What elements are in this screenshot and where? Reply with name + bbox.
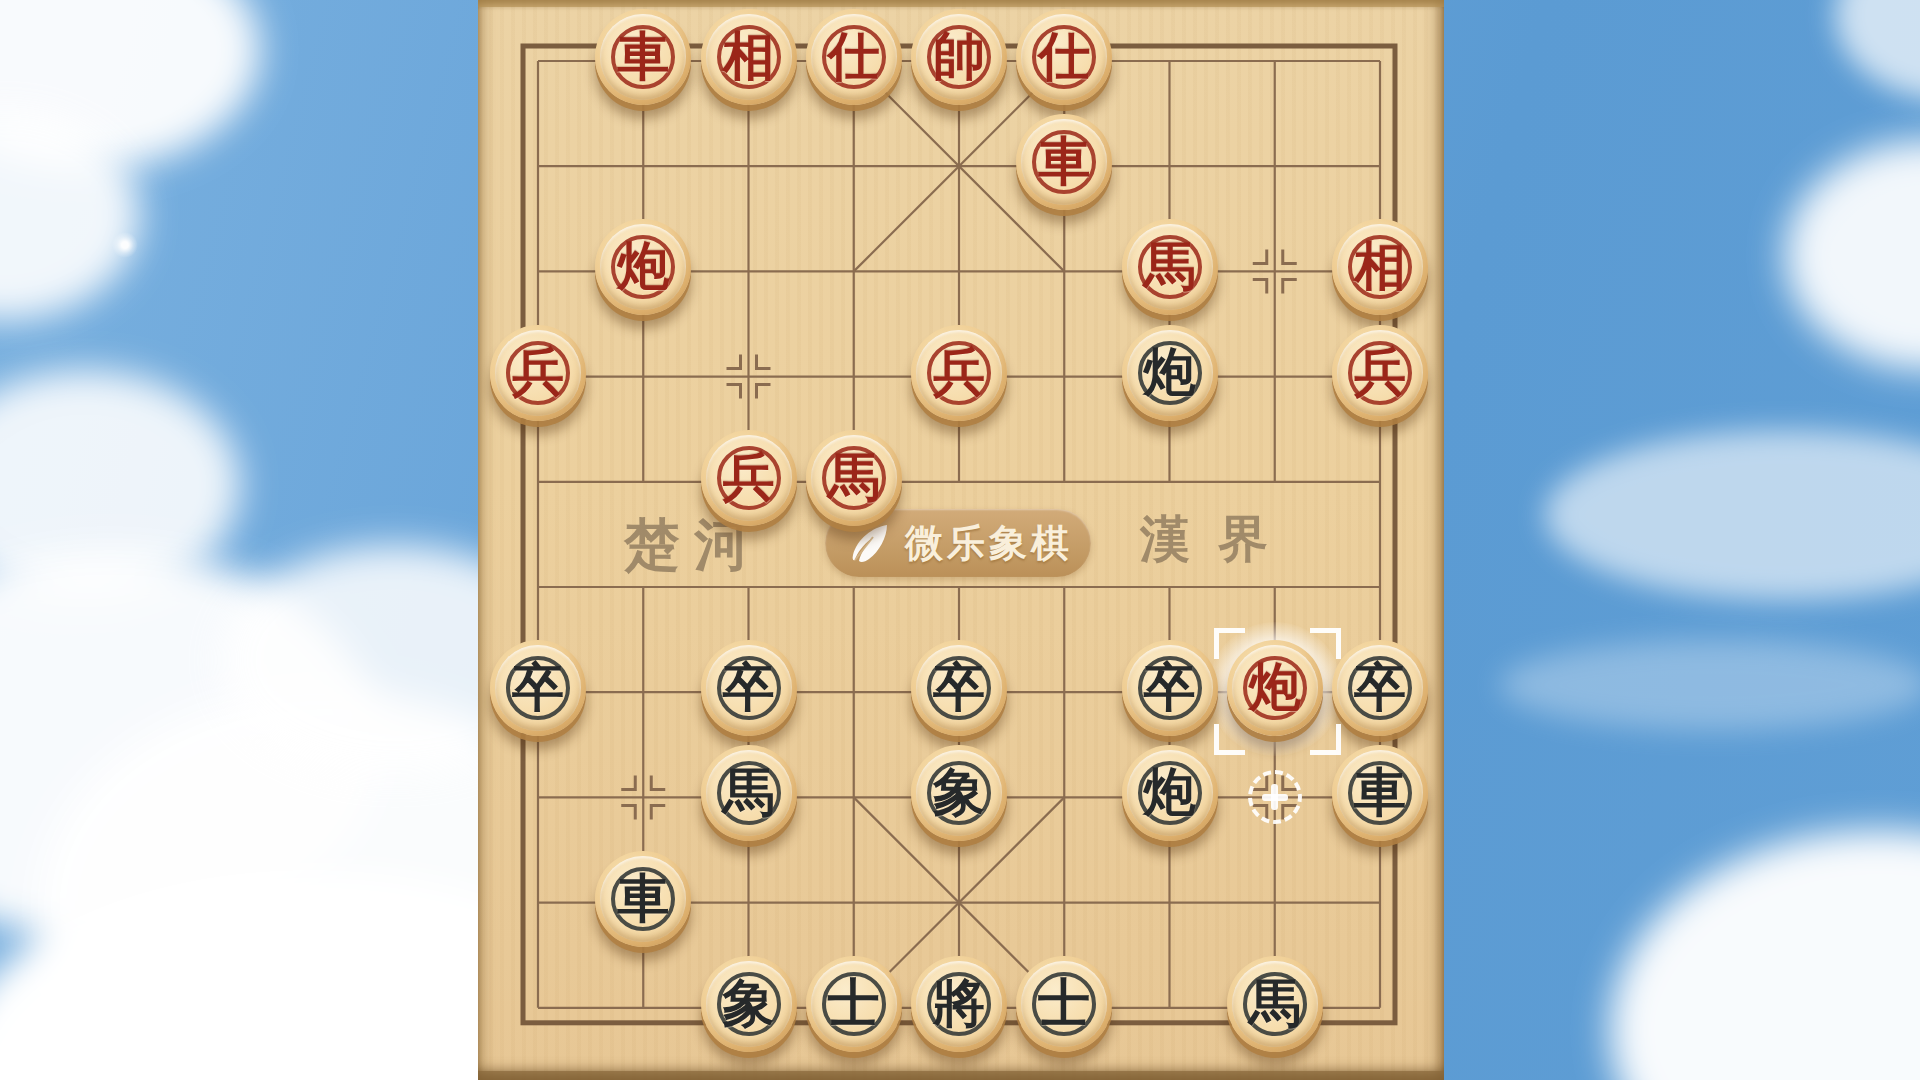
piece-black-pawn[interactable]: 卒 (1332, 640, 1428, 736)
cloud (1545, 430, 1920, 600)
cloud (1610, 830, 1920, 1080)
piece-black-pawn[interactable]: 卒 (701, 640, 797, 736)
piece-face: 兵 (916, 330, 1002, 416)
piece-red-horse[interactable]: 馬 (1122, 219, 1218, 315)
piece-glyph: 仕 (811, 14, 897, 100)
piece-black-cannon[interactable]: 炮 (1122, 325, 1218, 421)
selection-bracket (1310, 628, 1341, 659)
piece-red-horse[interactable]: 馬 (806, 430, 902, 526)
piece-red-advisor[interactable]: 仕 (806, 9, 902, 105)
piece-glyph: 將 (916, 961, 1002, 1047)
piece-red-pawn[interactable]: 兵 (1332, 325, 1428, 421)
piece-glyph: 馬 (1127, 224, 1213, 310)
piece-red-elephant[interactable]: 相 (701, 9, 797, 105)
piece-black-chariot[interactable]: 車 (1332, 745, 1428, 841)
piece-glyph: 象 (706, 961, 792, 1047)
piece-glyph: 車 (600, 14, 686, 100)
piece-face: 士 (1021, 961, 1107, 1047)
piece-face: 馬 (1232, 961, 1318, 1047)
piece-face: 馬 (706, 750, 792, 836)
selection-bracket (1214, 724, 1245, 755)
piece-glyph: 卒 (495, 645, 581, 731)
piece-glyph: 帥 (916, 14, 1002, 100)
move-target-cross (1271, 784, 1278, 810)
piece-face: 士 (811, 961, 897, 1047)
piece-face: 帥 (916, 14, 1002, 100)
piece-face: 炮 (1127, 330, 1213, 416)
piece-face: 炮 (1127, 750, 1213, 836)
piece-glyph: 炮 (1127, 750, 1213, 836)
piece-face: 車 (1021, 119, 1107, 205)
piece-red-cannon[interactable]: 炮 (595, 219, 691, 315)
piece-glyph: 兵 (916, 330, 1002, 416)
piece-glyph: 炮 (600, 224, 686, 310)
piece-black-elephant[interactable]: 象 (701, 956, 797, 1052)
piece-glyph: 兵 (495, 330, 581, 416)
piece-face: 仕 (811, 14, 897, 100)
piece-black-pawn[interactable]: 卒 (911, 640, 1007, 736)
piece-face: 馬 (1127, 224, 1213, 310)
piece-glyph: 仕 (1021, 14, 1107, 100)
piece-glyph: 兵 (706, 435, 792, 521)
app-logo-text: 微乐象棋 (905, 518, 1073, 569)
piece-red-pawn[interactable]: 兵 (490, 325, 586, 421)
piece-face: 卒 (1127, 645, 1213, 731)
piece-glyph: 車 (1021, 119, 1107, 205)
sun-glint (112, 232, 138, 258)
piece-face: 相 (1337, 224, 1423, 310)
piece-glyph: 卒 (916, 645, 1002, 731)
river-label-right: 漢界 (1140, 506, 1296, 573)
piece-red-advisor[interactable]: 仕 (1016, 9, 1112, 105)
piece-face: 車 (1337, 750, 1423, 836)
piece-glyph: 車 (600, 856, 686, 942)
piece-red-chariot[interactable]: 車 (1016, 114, 1112, 210)
piece-black-pawn[interactable]: 卒 (490, 640, 586, 736)
piece-red-general[interactable]: 帥 (911, 9, 1007, 105)
piece-glyph: 馬 (1232, 961, 1318, 1047)
piece-black-advisor[interactable]: 士 (806, 956, 902, 1052)
piece-face: 卒 (706, 645, 792, 731)
piece-face: 象 (916, 750, 1002, 836)
piece-face: 車 (600, 14, 686, 100)
piece-glyph: 車 (1337, 750, 1423, 836)
piece-glyph: 卒 (1127, 645, 1213, 731)
piece-black-pawn[interactable]: 卒 (1122, 640, 1218, 736)
piece-black-advisor[interactable]: 士 (1016, 956, 1112, 1052)
selection-bracket (1214, 628, 1245, 659)
piece-red-pawn[interactable]: 兵 (701, 430, 797, 526)
piece-face: 兵 (495, 330, 581, 416)
piece-black-elephant[interactable]: 象 (911, 745, 1007, 841)
piece-black-general[interactable]: 將 (911, 956, 1007, 1052)
piece-glyph: 相 (1337, 224, 1423, 310)
cloud (1835, 0, 1920, 100)
piece-glyph: 相 (706, 14, 792, 100)
piece-glyph: 兵 (1337, 330, 1423, 416)
piece-face: 炮 (600, 224, 686, 310)
cloud (1785, 140, 1920, 370)
piece-glyph: 象 (916, 750, 1002, 836)
piece-face: 卒 (916, 645, 1002, 731)
piece-face: 馬 (811, 435, 897, 521)
game-screen: 楚河 漢界 微乐象棋 車相仕帥仕車炮馬相兵兵炮兵兵馬卒卒卒卒炮卒馬象炮車車象士將… (0, 0, 1920, 1080)
piece-glyph: 馬 (811, 435, 897, 521)
piece-red-elephant[interactable]: 相 (1332, 219, 1428, 315)
selection-bracket (1310, 724, 1341, 755)
piece-face: 兵 (1337, 330, 1423, 416)
piece-black-chariot[interactable]: 車 (595, 851, 691, 947)
piece-face: 卒 (1337, 645, 1423, 731)
piece-red-chariot[interactable]: 車 (595, 9, 691, 105)
piece-face: 將 (916, 961, 1002, 1047)
piece-face: 象 (706, 961, 792, 1047)
piece-glyph: 士 (811, 961, 897, 1047)
piece-face: 兵 (706, 435, 792, 521)
piece-glyph: 卒 (706, 645, 792, 731)
piece-black-horse[interactable]: 馬 (701, 745, 797, 841)
xiangqi-board[interactable]: 楚河 漢界 微乐象棋 車相仕帥仕車炮馬相兵兵炮兵兵馬卒卒卒卒炮卒馬象炮車車象士將… (478, 0, 1444, 1080)
piece-face: 相 (706, 14, 792, 100)
piece-black-horse[interactable]: 馬 (1227, 956, 1323, 1052)
piece-face: 車 (600, 856, 686, 942)
piece-glyph: 馬 (706, 750, 792, 836)
piece-red-pawn[interactable]: 兵 (911, 325, 1007, 421)
piece-black-cannon[interactable]: 炮 (1122, 745, 1218, 841)
piece-glyph: 士 (1021, 961, 1107, 1047)
piece-face: 仕 (1021, 14, 1107, 100)
piece-glyph: 炮 (1127, 330, 1213, 416)
cloud (1500, 640, 1920, 730)
piece-glyph: 卒 (1337, 645, 1423, 731)
piece-face: 卒 (495, 645, 581, 731)
